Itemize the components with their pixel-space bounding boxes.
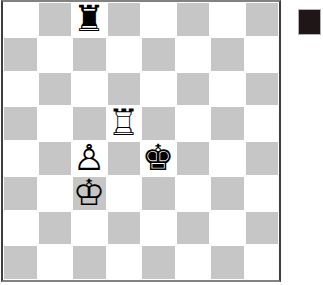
square-e6[interactable] bbox=[141, 72, 176, 107]
square-d4[interactable] bbox=[107, 141, 142, 176]
square-g3[interactable] bbox=[210, 176, 245, 211]
white-pawn[interactable]: ♙ bbox=[73, 141, 105, 176]
square-e7[interactable] bbox=[141, 37, 176, 72]
square-a1[interactable] bbox=[3, 245, 38, 280]
square-h8[interactable] bbox=[245, 2, 280, 37]
square-b8[interactable] bbox=[38, 2, 73, 37]
square-f2[interactable] bbox=[176, 211, 211, 246]
chess-diagram: ♜♖♙♚♔ bbox=[0, 0, 323, 285]
square-e4[interactable]: ♚ bbox=[141, 141, 176, 176]
square-a4[interactable] bbox=[3, 141, 38, 176]
square-c7[interactable] bbox=[72, 37, 107, 72]
square-g7[interactable] bbox=[210, 37, 245, 72]
square-e8[interactable] bbox=[141, 2, 176, 37]
square-g1[interactable] bbox=[210, 245, 245, 280]
square-a5[interactable] bbox=[3, 106, 38, 141]
square-h5[interactable] bbox=[245, 106, 280, 141]
square-f3[interactable] bbox=[176, 176, 211, 211]
square-f5[interactable] bbox=[176, 106, 211, 141]
square-e5[interactable] bbox=[141, 106, 176, 141]
square-d7[interactable] bbox=[107, 37, 142, 72]
black-king[interactable]: ♚ bbox=[142, 141, 174, 176]
white-rook[interactable]: ♖ bbox=[108, 106, 140, 141]
black-to-move-indicator bbox=[298, 9, 321, 35]
square-a6[interactable] bbox=[3, 72, 38, 107]
square-f8[interactable] bbox=[176, 2, 211, 37]
square-e3[interactable] bbox=[141, 176, 176, 211]
square-h4[interactable] bbox=[245, 141, 280, 176]
black-rook[interactable]: ♜ bbox=[73, 2, 105, 37]
square-a7[interactable] bbox=[3, 37, 38, 72]
square-a8[interactable] bbox=[3, 2, 38, 37]
white-king[interactable]: ♔ bbox=[73, 176, 105, 211]
square-g8[interactable] bbox=[210, 2, 245, 37]
square-a3[interactable] bbox=[3, 176, 38, 211]
square-b6[interactable] bbox=[38, 72, 73, 107]
square-b2[interactable] bbox=[38, 211, 73, 246]
square-g6[interactable] bbox=[210, 72, 245, 107]
square-h7[interactable] bbox=[245, 37, 280, 72]
square-a2[interactable] bbox=[3, 211, 38, 246]
square-b1[interactable] bbox=[38, 245, 73, 280]
square-b5[interactable] bbox=[38, 106, 73, 141]
square-d1[interactable] bbox=[107, 245, 142, 280]
square-h2[interactable] bbox=[245, 211, 280, 246]
square-c5[interactable] bbox=[72, 106, 107, 141]
square-f7[interactable] bbox=[176, 37, 211, 72]
square-c4[interactable]: ♙ bbox=[72, 141, 107, 176]
square-d3[interactable] bbox=[107, 176, 142, 211]
square-e1[interactable] bbox=[141, 245, 176, 280]
square-d8[interactable] bbox=[107, 2, 142, 37]
square-d5[interactable]: ♖ bbox=[107, 106, 142, 141]
square-g4[interactable] bbox=[210, 141, 245, 176]
square-d6[interactable] bbox=[107, 72, 142, 107]
square-h1[interactable] bbox=[245, 245, 280, 280]
square-c6[interactable] bbox=[72, 72, 107, 107]
square-h3[interactable] bbox=[245, 176, 280, 211]
square-b4[interactable] bbox=[38, 141, 73, 176]
square-g5[interactable] bbox=[210, 106, 245, 141]
square-e2[interactable] bbox=[141, 211, 176, 246]
square-b7[interactable] bbox=[38, 37, 73, 72]
square-c3[interactable]: ♔ bbox=[72, 176, 107, 211]
square-f6[interactable] bbox=[176, 72, 211, 107]
square-g2[interactable] bbox=[210, 211, 245, 246]
square-f4[interactable] bbox=[176, 141, 211, 176]
square-b3[interactable] bbox=[38, 176, 73, 211]
square-c2[interactable] bbox=[72, 211, 107, 246]
square-h6[interactable] bbox=[245, 72, 280, 107]
square-d2[interactable] bbox=[107, 211, 142, 246]
square-c8[interactable]: ♜ bbox=[72, 2, 107, 37]
chess-board: ♜♖♙♚♔ bbox=[1, 0, 281, 282]
square-f1[interactable] bbox=[176, 245, 211, 280]
square-c1[interactable] bbox=[72, 245, 107, 280]
